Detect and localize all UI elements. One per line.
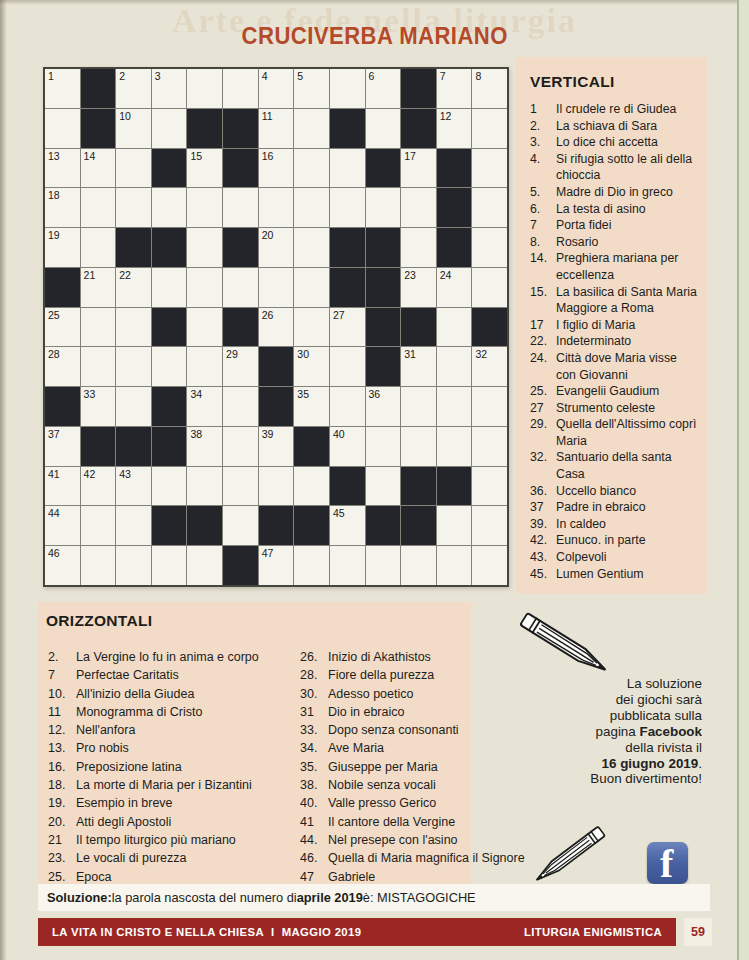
clue-item-11: 11Monogramma di Cristo [48,703,296,721]
grid-cell-r7c8[interactable] [294,308,329,347]
clue-number: 7 [530,217,556,234]
clue-number: 16. [48,758,76,776]
grid-cell-r13c13[interactable] [472,546,507,585]
page-title: CRUCIVERBA MARIANO [0,22,749,50]
grid-cell-r12c6[interactable] [223,506,258,545]
clue-text: In caldeo [556,516,699,533]
clue-text: Monogramma di Cristo [76,703,296,721]
clue-item-35: 35.Giuseppe per Maria [300,758,476,776]
grid-cell-r4c11[interactable] [401,188,436,227]
cell-number: 8 [475,70,481,82]
cell-number: 15 [190,150,202,162]
grid-cell-r8c5[interactable] [187,347,222,386]
page-number: 59 [684,918,712,946]
grid-cell-r1c6[interactable] [223,69,258,108]
grid-cell-r13c5[interactable] [187,546,222,585]
cell-number: 32 [475,348,487,360]
clue-item-23: 23.Le vocali di purezza [48,849,296,867]
black-cell-r5c10 [366,228,401,267]
grid-cell-r3c1[interactable]: 13 [45,149,80,188]
grid-cell-r8c4[interactable] [152,347,187,386]
grid-cell-r6c13[interactable] [472,268,507,307]
grid-cell-r6c7[interactable] [259,268,294,307]
cell-number: 47 [262,547,274,559]
grid-cell-r1c13[interactable]: 8 [472,69,507,108]
black-cell-r5c12 [437,228,472,267]
grid-cell-r5c2[interactable] [81,228,116,267]
grid-cell-r2c13[interactable] [472,109,507,148]
grid-cell-r3c2[interactable]: 14 [81,149,116,188]
black-cell-r2c6 [223,109,258,148]
black-cell-r2c9 [330,109,365,148]
black-cell-r8c10 [366,347,401,386]
grid-cell-r2c12[interactable]: 12 [437,109,472,148]
grid-cell-r4c13[interactable] [472,188,507,227]
cell-number: 29 [226,348,238,360]
clue-text: Fiore della purezza [328,666,476,684]
grid-cell-r7c3[interactable] [116,308,151,347]
grid-cell-r9c9[interactable] [330,387,365,426]
cell-number: 45 [333,507,345,519]
cell-number: 7 [440,70,446,82]
grid-cell-r8c11[interactable]: 31 [401,347,436,386]
grid-cell-r5c7[interactable]: 20 [259,228,294,267]
clue-item-36: 36.Uccello bianco [530,483,699,500]
cell-number: 11 [262,110,273,122]
clue-item-7: 7Perfectae Caritatis [48,666,296,684]
grid-cell-r10c13[interactable] [472,427,507,466]
grid-cell-r8c1[interactable]: 28 [45,347,80,386]
clue-number: 27 [530,400,556,417]
grid-cell-r5c8[interactable] [294,228,329,267]
clue-text: Nel presepe con l'asino [328,831,476,849]
clue-number: 31 [300,703,328,721]
black-cell-r9c7 [259,387,294,426]
clue-item-30: 30.Adesso poetico [300,685,476,703]
grid-cell-r2c1[interactable] [45,109,80,148]
cell-number: 21 [84,269,96,281]
cell-number: 44 [48,507,60,519]
grid-cell-r12c1[interactable]: 44 [45,506,80,545]
grid-cell-r1c8[interactable]: 5 [294,69,329,108]
black-cell-r12c4 [152,506,187,545]
clue-number: 15. [530,284,556,317]
cell-number: 40 [333,428,345,440]
grid-cell-r6c6[interactable] [223,268,258,307]
clue-number: 23. [48,849,76,867]
grid-cell-r5c5[interactable] [187,228,222,267]
clue-item-27: 27Strumento celeste [530,400,699,417]
cell-number: 3 [155,70,161,82]
soluzione-segment: Soluzione: [47,890,112,905]
grid-cell-r8c8[interactable]: 30 [294,347,329,386]
grid-cell-r6c12[interactable]: 24 [437,268,472,307]
clue-item-14: 14.Preghiera mariana per eccellenza [530,250,699,283]
pencil-icon-small [522,818,609,893]
clue-item-7: 7Porta fidei [530,217,699,234]
grid-cell-r13c10[interactable] [366,546,401,585]
grid-cell-r5c13[interactable] [472,228,507,267]
clue-item-42: 42.Eunuco. in parte [530,532,699,549]
clue-item-2: 2.La Vergine lo fu in anima e corpo [48,648,296,666]
footer-section-title: LITURGIA ENIGMISTICA [524,926,662,938]
clue-item-37: 37Padre in ebraico [530,499,699,516]
grid-cell-r3c11[interactable]: 17 [401,149,436,188]
clue-item-39: 39.In caldeo [530,516,699,533]
cell-number: 17 [404,150,416,162]
verticali-panel: VERTICALI 1Il crudele re di Giudea2.La s… [516,57,707,594]
clue-item-29: 29.Quella dell'Altissimo coprì Maria [530,416,699,449]
clue-item-41: 41Il cantore della Vergine [300,813,476,831]
clue-number: 18. [48,776,76,794]
grid-cell-r9c8[interactable]: 35 [294,387,329,426]
grid-cell-r3c8[interactable] [294,149,329,188]
grid-cell-r1c7[interactable]: 4 [259,69,294,108]
grid-cell-r4c8[interactable] [294,188,329,227]
clue-text: Il crudele re di Giudea [556,101,699,118]
clue-text: Eunuco. in parte [556,532,699,549]
clue-number: 17 [530,317,556,334]
grid-cell-r9c11[interactable] [401,387,436,426]
clue-text: Adesso poetico [328,685,476,703]
clue-number: 42. [530,532,556,549]
grid-cell-r13c3[interactable] [116,546,151,585]
clue-number: 10. [48,685,76,703]
grid-cell-r10c6[interactable] [223,427,258,466]
grid-cell-r8c3[interactable] [116,347,151,386]
grid-cell-r4c1[interactable]: 18 [45,188,80,227]
grid-cell-r13c8[interactable] [294,546,329,585]
grid-cell-r10c7[interactable]: 39 [259,427,294,466]
grid-cell-r7c12[interactable] [437,308,472,347]
grid-cell-r9c5[interactable]: 34 [187,387,222,426]
clue-text: Colpevoli [556,549,699,566]
grid-cell-r1c3[interactable]: 2 [116,69,151,108]
clue-number: 43. [530,549,556,566]
black-cell-r12c7 [259,506,294,545]
grid-cell-r2c4[interactable] [152,109,187,148]
black-cell-r5c3 [116,228,151,267]
grid-cell-r11c1[interactable]: 41 [45,467,80,506]
clue-text: I figlio di Maria [556,317,699,334]
note-line: pubblicata sulla [492,708,702,724]
cell-number: 23 [404,269,416,281]
grid-cell-r1c5[interactable] [187,69,222,108]
clue-number: 26. [300,648,328,666]
black-cell-r2c5 [187,109,222,148]
black-cell-r1c2 [81,69,116,108]
clue-item-46: 46.Quella di Maria magnifica il Signore [300,849,476,867]
clue-number: 34. [300,739,328,757]
grid-cell-r4c9[interactable] [330,188,365,227]
cell-number: 30 [297,348,309,360]
grid-cell-r1c1[interactable]: 1 [45,69,80,108]
grid-cell-r4c10[interactable] [366,188,401,227]
cell-number: 12 [440,110,452,122]
grid-cell-r6c4[interactable] [152,268,187,307]
clue-text: Pro nobis [76,739,296,757]
grid-cell-r11c6[interactable] [223,467,258,506]
cell-number: 46 [48,547,60,559]
clue-text: Dopo senza consonanti [328,721,476,739]
grid-cell-r5c1[interactable]: 19 [45,228,80,267]
black-cell-r10c3 [116,427,151,466]
clue-text: Lo dice chi accetta [556,134,699,151]
cell-number: 14 [84,150,96,162]
clue-text: Lumen Gentium [556,566,699,583]
grid-cell-r3c5[interactable]: 15 [187,149,222,188]
clue-number: 44. [300,831,328,849]
cell-number: 41 [48,468,60,480]
clue-text: Si rifugia sotto le ali della chioccia [556,151,699,184]
black-cell-r7c13 [472,308,507,347]
grid-cell-r10c1[interactable]: 37 [45,427,80,466]
grid-cell-r4c4[interactable] [152,188,187,227]
grid-cell-r9c12[interactable] [437,387,472,426]
clue-number: 40. [300,794,328,812]
clue-item-5: 5.Madre di Dio in greco [530,184,699,201]
grid-cell-r4c6[interactable] [223,188,258,227]
grid-cell-r1c10[interactable]: 6 [366,69,401,108]
clue-text: Le vocali di purezza [76,849,296,867]
clue-text: Il cantore della Vergine [328,813,476,831]
clue-item-21: 21Il tempo liturgico più mariano [48,831,296,849]
cell-number: 28 [48,348,60,360]
black-cell-r5c6 [223,228,258,267]
grid-cell-r4c5[interactable] [187,188,222,227]
cell-number: 5 [297,70,303,82]
grid-cell-r11c7[interactable] [259,467,294,506]
clue-item-13: 13.Pro nobis [48,739,296,757]
clue-number: 35. [300,758,328,776]
grid-cell-r13c9[interactable] [330,546,365,585]
grid-cell-r6c3[interactable]: 22 [116,268,151,307]
cell-number: 22 [119,269,131,281]
clue-number: 4. [530,151,556,184]
grid-cell-r8c9[interactable] [330,347,365,386]
clue-item-17: 17I figlio di Maria [530,317,699,334]
grid-cell-r2c7[interactable]: 11 [259,109,294,148]
clue-number: 21 [48,831,76,849]
cell-number: 4 [262,70,268,82]
cell-number: 1 [48,70,54,82]
clue-text: All'inizio della Giudea [76,685,296,703]
grid-cell-r9c6[interactable] [223,387,258,426]
grid-cell-r6c5[interactable] [187,268,222,307]
cell-number: 27 [333,309,345,321]
grid-cell-r7c2[interactable] [81,308,116,347]
note-line: dei giochi sarà [492,692,702,708]
grid-cell-r11c4[interactable] [152,467,187,506]
clue-item-38: 38.Nobile senza vocali [300,776,476,794]
grid-cell-r10c11[interactable] [401,427,436,466]
clue-number: 33. [300,721,328,739]
cell-number: 20 [262,229,274,241]
next-page-edge [737,0,749,960]
clue-item-45: 45.Lumen Gentium [530,566,699,583]
clue-item-16: 16.Preposizione latina [48,758,296,776]
grid-cell-r13c11[interactable] [401,546,436,585]
verticali-clue-list: 1Il crudele re di Giudea2.La schiava di … [530,101,699,582]
black-cell-r11c11 [401,467,436,506]
grid-cell-r12c12[interactable] [437,506,472,545]
footer-bar: LA VITA IN CRISTO E NELLA CHIESA I MAGGI… [38,918,676,946]
grid-cell-r12c9[interactable]: 45 [330,506,365,545]
clue-text: Evangelii Gaudium [556,383,699,400]
grid-cell-r7c9[interactable]: 27 [330,308,365,347]
cell-number: 25 [48,309,60,321]
grid-cell-r13c7[interactable]: 47 [259,546,294,585]
soluzione-segment: la parola nascosta del numero di [112,890,297,905]
grid-cell-r3c7[interactable]: 16 [259,149,294,188]
clue-text: Esempio in breve [76,794,296,812]
clue-number: 39. [530,516,556,533]
grid-cell-r10c9[interactable]: 40 [330,427,365,466]
grid-cell-r7c7[interactable]: 26 [259,308,294,347]
cell-number: 19 [48,229,60,241]
clue-item-4: 4.Si rifugia sotto le ali della chioccia [530,151,699,184]
cell-number: 10 [119,110,131,122]
cell-number: 18 [48,189,60,201]
grid-cell-r13c1[interactable]: 46 [45,546,80,585]
cell-number: 13 [48,150,60,162]
clue-number: 24. [530,350,556,383]
grid-cell-r8c6[interactable]: 29 [223,347,258,386]
grid-cell-r12c2[interactable] [81,506,116,545]
black-cell-r12c8 [294,506,329,545]
clue-number: 11 [48,703,76,721]
clue-number: 5. [530,184,556,201]
grid-cell-r4c2[interactable] [81,188,116,227]
grid-cell-r13c4[interactable] [152,546,187,585]
clue-text: Quella di Maria magnifica il Signore [328,849,525,867]
grid-cell-r3c9[interactable] [330,149,365,188]
grid-cell-r11c10[interactable] [366,467,401,506]
grid-cell-r8c12[interactable] [437,347,472,386]
grid-cell-r12c13[interactable] [472,506,507,545]
clue-text: Inizio di Akathistos [328,648,476,666]
grid-cell-r11c8[interactable] [294,467,329,506]
clue-text: La schiava di Sara [556,118,699,135]
grid-cell-r7c1[interactable]: 25 [45,308,80,347]
clue-number: 25. [530,383,556,400]
black-cell-r12c11 [401,506,436,545]
grid-cell-r10c5[interactable]: 38 [187,427,222,466]
clue-text: La basilica di Santa Maria Maggiore a Ro… [556,284,699,317]
grid-cell-r1c12[interactable]: 7 [437,69,472,108]
black-cell-r3c10 [366,149,401,188]
clue-item-40: 40.Valle presso Gerico [300,794,476,812]
clue-item-43: 43.Colpevoli [530,549,699,566]
cell-number: 2 [119,70,125,82]
clue-text: Giuseppe per Maria [328,758,476,776]
clue-number: 19. [48,794,76,812]
grid-cell-r12c3[interactable] [116,506,151,545]
clue-item-44: 44.Nel presepe con l'asino [300,831,476,849]
grid-cell-r2c10[interactable] [366,109,401,148]
clue-number: 46. [300,849,328,867]
grid-cell-r11c3[interactable]: 43 [116,467,151,506]
grid-cell-r7c5[interactable] [187,308,222,347]
clue-number: 32. [530,449,556,482]
black-cell-r7c6 [223,308,258,347]
black-cell-r11c9 [330,467,365,506]
clue-number: 12. [48,721,76,739]
clue-text: Nell'anfora [76,721,296,739]
grid-cell-r1c9[interactable] [330,69,365,108]
clue-item-12: 12.Nell'anfora [48,721,296,739]
clue-number: 8. [530,234,556,251]
grid-cell-r9c3[interactable] [116,387,151,426]
black-cell-r4c12 [437,188,472,227]
grid-cell-r5c11[interactable] [401,228,436,267]
grid-cell-r2c8[interactable] [294,109,329,148]
grid-cell-r11c5[interactable] [187,467,222,506]
grid-cell-r3c3[interactable] [116,149,151,188]
clue-item-18: 18.La morte di Maria per i Bizantini [48,776,296,794]
clue-number: 37 [530,499,556,516]
clue-number: 30. [300,685,328,703]
grid-cell-r11c13[interactable] [472,467,507,506]
clue-item-33: 33.Dopo senza consonanti [300,721,476,739]
clue-item-10: 10.All'inizio della Giudea [48,685,296,703]
grid-cell-r11c2[interactable]: 42 [81,467,116,506]
cell-number: 26 [262,309,274,321]
clue-text: La Vergine lo fu in anima e corpo [76,648,296,666]
black-cell-r9c1 [45,387,80,426]
grid-cell-r9c13[interactable] [472,387,507,426]
clue-number: 1 [530,101,556,118]
grid-cell-r6c2[interactable]: 21 [81,268,116,307]
black-cell-r8c7 [259,347,294,386]
clue-item-19: 19.Esempio in breve [48,794,296,812]
grid-cell-r1c4[interactable]: 3 [152,69,187,108]
clue-text: Strumento celeste [556,400,699,417]
clue-number: 45. [530,566,556,583]
clue-text: Rosario [556,234,699,251]
grid-cell-r13c2[interactable] [81,546,116,585]
cell-number: 35 [297,388,309,400]
clue-number: 20. [48,813,76,831]
grid-cell-r9c2[interactable]: 33 [81,387,116,426]
note-line: 16 giugno 2019. [492,756,702,772]
grid-cell-r10c12[interactable] [437,427,472,466]
grid-cell-r4c7[interactable] [259,188,294,227]
cell-number: 24 [440,269,452,281]
grid-cell-r4c3[interactable] [116,188,151,227]
grid-cell-r6c11[interactable]: 23 [401,268,436,307]
cell-number: 31 [404,348,416,360]
crossword-grid: 1234567810111213141516171819202122232425… [43,67,509,587]
clue-item-20: 20.Atti degli Apostoli [48,813,296,831]
soluzione-segment: aprile 2019 [297,890,363,905]
grid-cell-r6c8[interactable] [294,268,329,307]
cell-number: 38 [190,428,202,440]
grid-cell-r8c2[interactable] [81,347,116,386]
grid-cell-r3c13[interactable] [472,149,507,188]
orizzontali-header: ORIZZONTALI [46,612,152,630]
grid-cell-r9c10[interactable]: 36 [366,387,401,426]
clue-text: Quella dell'Altissimo coprì Maria [556,416,699,449]
grid-cell-r10c10[interactable] [366,427,401,466]
grid-cell-r2c3[interactable]: 10 [116,109,151,148]
grid-cell-r8c13[interactable]: 32 [472,347,507,386]
note-line: della rivista il [492,740,702,756]
facebook-logo-icon: f [647,842,688,884]
black-cell-r3c4 [152,149,187,188]
grid-cell-r13c12[interactable] [437,546,472,585]
black-cell-r5c9 [330,228,365,267]
